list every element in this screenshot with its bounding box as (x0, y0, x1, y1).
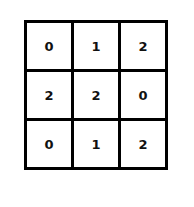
grid-cell-r2c1: 1 (74, 121, 118, 167)
grid-cell-r2c2: 2 (121, 121, 165, 167)
grid-cell-r1c0: 2 (27, 72, 71, 118)
grid-cell-r2c0: 0 (27, 121, 71, 167)
grid-cell-r1c2: 0 (121, 72, 165, 118)
grid-cell-r0c2: 2 (121, 23, 165, 69)
grid-cell-r0c0: 0 (27, 23, 71, 69)
number-grid: 0 1 2 2 2 0 0 1 2 (24, 20, 168, 170)
grid-cell-r0c1: 1 (74, 23, 118, 69)
grid-cell-r1c1: 2 (74, 72, 118, 118)
